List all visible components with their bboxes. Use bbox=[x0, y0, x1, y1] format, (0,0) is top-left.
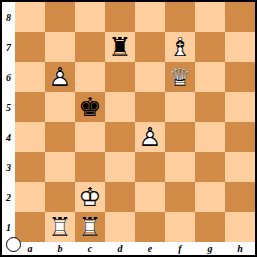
file-label-b: b bbox=[45, 242, 75, 255]
queen-icon: ♕ bbox=[168, 62, 191, 92]
square-h1[interactable] bbox=[225, 212, 255, 242]
square-f6[interactable]: ♛♕ bbox=[165, 62, 195, 92]
square-h2[interactable] bbox=[225, 182, 255, 212]
square-f3[interactable] bbox=[165, 152, 195, 182]
square-a7[interactable] bbox=[15, 32, 45, 62]
rook-icon: ♖ bbox=[78, 212, 101, 242]
rook-icon: ♜ bbox=[108, 32, 131, 62]
square-b6[interactable]: ♟♙ bbox=[45, 62, 75, 92]
square-b8[interactable] bbox=[45, 2, 75, 32]
square-a6[interactable] bbox=[15, 62, 45, 92]
square-e1[interactable] bbox=[135, 212, 165, 242]
square-g3[interactable] bbox=[195, 152, 225, 182]
square-e5[interactable] bbox=[135, 92, 165, 122]
square-e6[interactable] bbox=[135, 62, 165, 92]
square-c8[interactable] bbox=[75, 2, 105, 32]
square-h7[interactable] bbox=[225, 32, 255, 62]
square-b3[interactable] bbox=[45, 152, 75, 182]
bishop-icon: ♗ bbox=[168, 32, 191, 62]
file-label-d: d bbox=[105, 242, 135, 255]
square-f8[interactable] bbox=[165, 2, 195, 32]
square-a4[interactable] bbox=[15, 122, 45, 152]
square-e7[interactable] bbox=[135, 32, 165, 62]
square-e2[interactable] bbox=[135, 182, 165, 212]
square-g5[interactable] bbox=[195, 92, 225, 122]
square-a5[interactable] bbox=[15, 92, 45, 122]
square-f1[interactable] bbox=[165, 212, 195, 242]
square-f4[interactable] bbox=[165, 122, 195, 152]
pawn-icon: ♙ bbox=[138, 122, 161, 152]
square-c5[interactable]: ♚ bbox=[75, 92, 105, 122]
square-d2[interactable] bbox=[105, 182, 135, 212]
rank-label-8: 8 bbox=[2, 2, 15, 32]
square-b2[interactable] bbox=[45, 182, 75, 212]
piece-black-king[interactable]: ♚ bbox=[75, 92, 105, 122]
file-label-h: h bbox=[225, 242, 255, 255]
square-g6[interactable] bbox=[195, 62, 225, 92]
square-g1[interactable] bbox=[195, 212, 225, 242]
square-d3[interactable] bbox=[105, 152, 135, 182]
square-d1[interactable] bbox=[105, 212, 135, 242]
rank-label-6: 6 bbox=[2, 62, 15, 92]
chess-board: ♜♝♗♟♙♛♕♚♟♙♚♔♜♖♜♖ bbox=[15, 2, 255, 242]
square-h6[interactable] bbox=[225, 62, 255, 92]
square-d4[interactable] bbox=[105, 122, 135, 152]
square-c4[interactable] bbox=[75, 122, 105, 152]
square-f5[interactable] bbox=[165, 92, 195, 122]
file-label-f: f bbox=[165, 242, 195, 255]
piece-white-bishop[interactable]: ♝♗ bbox=[165, 32, 195, 62]
square-a1[interactable] bbox=[15, 212, 45, 242]
square-h8[interactable] bbox=[225, 2, 255, 32]
square-f2[interactable] bbox=[165, 182, 195, 212]
piece-white-rook[interactable]: ♜♖ bbox=[75, 212, 105, 242]
square-d7[interactable]: ♜ bbox=[105, 32, 135, 62]
file-label-g: g bbox=[195, 242, 225, 255]
rook-icon: ♖ bbox=[48, 212, 71, 242]
piece-black-rook[interactable]: ♜ bbox=[105, 32, 135, 62]
file-label-c: c bbox=[75, 242, 105, 255]
square-b4[interactable] bbox=[45, 122, 75, 152]
rank-labels: 87654321 bbox=[2, 2, 15, 242]
rank-label-2: 2 bbox=[2, 182, 15, 212]
square-a3[interactable] bbox=[15, 152, 45, 182]
square-c2[interactable]: ♚♔ bbox=[75, 182, 105, 212]
square-d8[interactable] bbox=[105, 2, 135, 32]
rank-label-5: 5 bbox=[2, 92, 15, 122]
file-labels: abcdefgh bbox=[15, 242, 255, 255]
square-g4[interactable] bbox=[195, 122, 225, 152]
board-layout: 87654321 ♜♝♗♟♙♛♕♚♟♙♚♔♜♖♜♖ abcdefgh bbox=[2, 2, 255, 255]
square-g7[interactable] bbox=[195, 32, 225, 62]
square-c7[interactable] bbox=[75, 32, 105, 62]
square-b7[interactable] bbox=[45, 32, 75, 62]
square-e8[interactable] bbox=[135, 2, 165, 32]
square-e4[interactable]: ♟♙ bbox=[135, 122, 165, 152]
file-label-e: e bbox=[135, 242, 165, 255]
square-d5[interactable] bbox=[105, 92, 135, 122]
square-b5[interactable] bbox=[45, 92, 75, 122]
square-c6[interactable] bbox=[75, 62, 105, 92]
square-h5[interactable] bbox=[225, 92, 255, 122]
rank-label-7: 7 bbox=[2, 32, 15, 62]
square-h4[interactable] bbox=[225, 122, 255, 152]
square-d6[interactable] bbox=[105, 62, 135, 92]
chess-diagram: 87654321 ♜♝♗♟♙♛♕♚♟♙♚♔♜♖♜♖ abcdefgh bbox=[0, 0, 257, 257]
piece-white-queen[interactable]: ♛♕ bbox=[165, 62, 195, 92]
square-a8[interactable] bbox=[15, 2, 45, 32]
square-h3[interactable] bbox=[225, 152, 255, 182]
square-b1[interactable]: ♜♖ bbox=[45, 212, 75, 242]
white-to-move-indicator bbox=[6, 237, 21, 252]
rank-label-4: 4 bbox=[2, 122, 15, 152]
square-c1[interactable]: ♜♖ bbox=[75, 212, 105, 242]
piece-white-rook[interactable]: ♜♖ bbox=[45, 212, 75, 242]
square-g8[interactable] bbox=[195, 2, 225, 32]
king-icon: ♚ bbox=[78, 92, 101, 122]
piece-white-pawn[interactable]: ♟♙ bbox=[45, 62, 75, 92]
rank-label-3: 3 bbox=[2, 152, 15, 182]
square-g2[interactable] bbox=[195, 182, 225, 212]
square-c3[interactable] bbox=[75, 152, 105, 182]
piece-white-pawn[interactable]: ♟♙ bbox=[135, 122, 165, 152]
king-icon: ♔ bbox=[78, 182, 101, 212]
square-a2[interactable] bbox=[15, 182, 45, 212]
piece-white-king[interactable]: ♚♔ bbox=[75, 182, 105, 212]
square-e3[interactable] bbox=[135, 152, 165, 182]
square-f7[interactable]: ♝♗ bbox=[165, 32, 195, 62]
pawn-icon: ♙ bbox=[48, 62, 71, 92]
